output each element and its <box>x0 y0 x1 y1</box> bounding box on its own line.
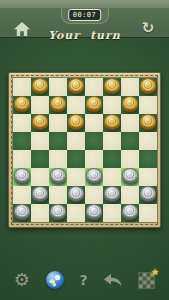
status-bar-strip <box>0 0 169 8</box>
square-r3c4[interactable] <box>67 114 85 132</box>
square-r1c3[interactable] <box>49 78 67 96</box>
piece-top <box>86 168 102 182</box>
square-r3c2[interactable] <box>31 114 49 132</box>
gold-checker-piece[interactable] <box>104 114 120 130</box>
piece-top <box>14 96 30 110</box>
square-r1c4[interactable] <box>67 78 85 96</box>
piece-top <box>14 204 30 218</box>
checkerboard-star-icon[interactable]: ★ <box>138 272 155 289</box>
square-r5c8[interactable] <box>139 150 157 168</box>
square-r8c2[interactable] <box>31 204 49 222</box>
piece-top <box>140 114 156 128</box>
square-r1c8[interactable] <box>139 78 157 96</box>
square-r5c3[interactable] <box>49 150 67 168</box>
square-r2c4[interactable] <box>67 96 85 114</box>
square-r7c5[interactable] <box>85 186 103 204</box>
square-r3c6[interactable] <box>103 114 121 132</box>
piece-top <box>68 78 84 92</box>
piece-top <box>104 78 120 92</box>
silver-checker-piece[interactable] <box>122 168 138 184</box>
gold-checker-piece[interactable] <box>32 78 48 94</box>
square-r4c2[interactable] <box>31 132 49 150</box>
silver-checker-piece[interactable] <box>50 204 66 220</box>
piece-top <box>104 114 120 128</box>
piece-top <box>50 168 66 182</box>
square-r1c5[interactable] <box>85 78 103 96</box>
square-r8c1[interactable] <box>13 204 31 222</box>
gold-checker-piece[interactable] <box>50 96 66 112</box>
square-r8c8[interactable] <box>139 204 157 222</box>
square-r7c2[interactable] <box>31 186 49 204</box>
piece-top <box>50 204 66 218</box>
square-r1c2[interactable] <box>31 78 49 96</box>
square-r6c3[interactable] <box>49 168 67 186</box>
square-r5c6[interactable] <box>103 150 121 168</box>
silver-checker-piece[interactable] <box>122 204 138 220</box>
square-r4c4[interactable] <box>67 132 85 150</box>
square-r4c5[interactable] <box>85 132 103 150</box>
settings-gear-icon[interactable]: ⚙ <box>14 270 30 290</box>
piece-top <box>104 186 120 200</box>
gold-checker-piece[interactable] <box>140 114 156 130</box>
undo-arrow-icon[interactable] <box>103 273 122 287</box>
square-r4c3[interactable] <box>49 132 67 150</box>
gold-checker-piece[interactable] <box>14 96 30 112</box>
piece-top <box>32 186 48 200</box>
gold-checker-piece[interactable] <box>32 114 48 130</box>
square-r7c6[interactable] <box>103 186 121 204</box>
piece-top <box>32 114 48 128</box>
square-r7c1[interactable] <box>13 186 31 204</box>
square-r5c7[interactable] <box>121 150 139 168</box>
gold-checker-piece[interactable] <box>68 78 84 94</box>
piece-top <box>32 78 48 92</box>
piece-top <box>68 114 84 128</box>
silver-checker-piece[interactable] <box>68 186 84 202</box>
piece-top <box>50 96 66 110</box>
square-r1c1[interactable] <box>13 78 31 96</box>
bottom-toolbar: ⚙ ? ★ <box>0 267 169 293</box>
gold-checker-piece[interactable] <box>86 96 102 112</box>
square-r6c7[interactable] <box>121 168 139 186</box>
piece-top <box>122 96 138 110</box>
gold-checker-piece[interactable] <box>104 78 120 94</box>
piece-top <box>122 168 138 182</box>
help-question-icon[interactable]: ? <box>79 271 87 289</box>
square-r7c7[interactable] <box>121 186 139 204</box>
square-r8c6[interactable] <box>103 204 121 222</box>
square-r2c3[interactable] <box>49 96 67 114</box>
square-r4c8[interactable] <box>139 132 157 150</box>
piece-top <box>140 186 156 200</box>
square-r4c7[interactable] <box>121 132 139 150</box>
square-r5c2[interactable] <box>31 150 49 168</box>
square-r6c8[interactable] <box>139 168 157 186</box>
silver-checker-piece[interactable] <box>32 186 48 202</box>
square-r4c6[interactable] <box>103 132 121 150</box>
square-r1c6[interactable] <box>103 78 121 96</box>
square-r3c7[interactable] <box>121 114 139 132</box>
square-r6c1[interactable] <box>13 168 31 186</box>
turn-status-text: Your turn <box>0 29 169 42</box>
piece-top <box>86 96 102 110</box>
star-icon: ★ <box>151 267 159 277</box>
square-r5c5[interactable] <box>85 150 103 168</box>
square-r2c5[interactable] <box>85 96 103 114</box>
square-r6c6[interactable] <box>103 168 121 186</box>
square-r3c5[interactable] <box>85 114 103 132</box>
square-r8c5[interactable] <box>85 204 103 222</box>
square-r1c7[interactable] <box>121 78 139 96</box>
game-timer: 00:07 <box>68 9 102 21</box>
square-r6c4[interactable] <box>67 168 85 186</box>
square-r2c6[interactable] <box>103 96 121 114</box>
square-r8c3[interactable] <box>49 204 67 222</box>
square-r3c1[interactable] <box>13 114 31 132</box>
silver-checker-piece[interactable] <box>50 168 66 184</box>
gold-checker-piece[interactable] <box>122 96 138 112</box>
gold-checker-piece[interactable] <box>140 78 156 94</box>
square-r2c2[interactable] <box>31 96 49 114</box>
square-r6c2[interactable] <box>31 168 49 186</box>
square-r8c4[interactable] <box>67 204 85 222</box>
piece-top <box>14 168 30 182</box>
piece-top <box>68 186 84 200</box>
square-r5c1[interactable] <box>13 150 31 168</box>
silver-checker-piece[interactable] <box>14 168 30 184</box>
square-r8c7[interactable] <box>121 204 139 222</box>
square-r3c3[interactable] <box>49 114 67 132</box>
square-r2c1[interactable] <box>13 96 31 114</box>
square-r2c8[interactable] <box>139 96 157 114</box>
square-r5c4[interactable] <box>67 150 85 168</box>
silver-checker-piece[interactable] <box>140 186 156 202</box>
square-r7c4[interactable] <box>67 186 85 204</box>
piece-top <box>122 204 138 218</box>
square-r6c5[interactable] <box>85 168 103 186</box>
globe-icon[interactable] <box>46 271 64 289</box>
square-r4c1[interactable] <box>13 132 31 150</box>
gold-checker-piece[interactable] <box>68 114 84 130</box>
silver-checker-piece[interactable] <box>104 186 120 202</box>
piece-top <box>140 78 156 92</box>
silver-checker-piece[interactable] <box>86 204 102 220</box>
square-r2c7[interactable] <box>121 96 139 114</box>
board-grid <box>12 77 158 223</box>
silver-checker-piece[interactable] <box>14 204 30 220</box>
square-r7c3[interactable] <box>49 186 67 204</box>
piece-top <box>86 204 102 218</box>
silver-checker-piece[interactable] <box>86 168 102 184</box>
checkers-app-screen: ↻ Your turn 00:07 ⚙ ? ★ <box>0 0 169 300</box>
square-r3c8[interactable] <box>139 114 157 132</box>
checkers-board <box>8 72 161 228</box>
square-r7c8[interactable] <box>139 186 157 204</box>
